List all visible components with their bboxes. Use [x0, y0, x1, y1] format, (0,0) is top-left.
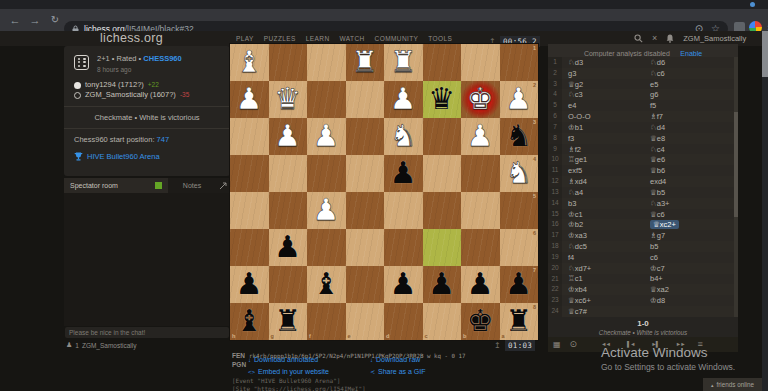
- square-d4[interactable]: ♟: [384, 155, 423, 192]
- black-pawn-d4: ♟: [384, 155, 423, 192]
- header-username[interactable]: ZGM_Samostically: [683, 34, 746, 43]
- pgn-label: PGN: [232, 361, 246, 368]
- spectator-name[interactable]: ZGM_Samostically: [82, 342, 137, 349]
- coord-file-b: b: [463, 333, 466, 339]
- move-list: 1♘d3♘d62g3♘c63♕g2e54♘c3g65e4f56O-O-O♗f77…: [548, 57, 738, 317]
- reload-icon[interactable]: ↻: [48, 9, 62, 31]
- square-h3[interactable]: [230, 118, 269, 155]
- white-pawn-f3: ♟: [307, 118, 346, 155]
- coord-file-h: h: [232, 333, 235, 339]
- square-e6[interactable]: [346, 229, 385, 266]
- white-pawn-b3: ♟: [461, 118, 500, 155]
- move-white-22[interactable]: ♔xb4: [562, 285, 650, 294]
- square-h6[interactable]: [230, 229, 269, 266]
- move-row-12: 12♗xd4exd4: [548, 176, 738, 187]
- black-king-b8: ♚: [461, 303, 500, 340]
- pgn-text[interactable]: [Event "HIVE Bullet960 Arena"] [Site "ht…: [232, 377, 366, 391]
- white-pawn-g3: ♟: [269, 118, 308, 155]
- square-b3[interactable]: ♟: [461, 118, 500, 155]
- move-white-7[interactable]: ♔b1: [562, 123, 650, 132]
- start-position-link[interactable]: 747: [157, 135, 170, 144]
- search-icon[interactable]: [634, 34, 643, 43]
- tournament-link[interactable]: HIVE Bullet960 Arena: [74, 152, 220, 161]
- move-black-4[interactable]: g6: [650, 90, 738, 99]
- square-e5[interactable]: [346, 192, 385, 229]
- move-row-5: 5e4f5: [548, 100, 738, 111]
- square-d6[interactable]: [384, 229, 423, 266]
- move-row-24: 24♕c7#: [548, 306, 738, 317]
- trophy-icon: [74, 152, 83, 161]
- coord-rank-2: 2: [533, 82, 536, 88]
- move-black-2[interactable]: ♘c6: [650, 69, 738, 78]
- move-row-16: 16♔b2♕xc2+: [548, 219, 738, 230]
- move-number: 23: [548, 295, 562, 306]
- square-f5[interactable]: ♟: [307, 192, 346, 229]
- move-number: 6: [548, 111, 562, 122]
- square-g2[interactable]: ♛: [269, 81, 308, 118]
- black-queen-c2: ♛: [423, 81, 462, 118]
- coord-rank-8: 8: [533, 304, 536, 310]
- move-number: 19: [548, 252, 562, 263]
- coord-file-f: f: [309, 333, 311, 339]
- square-g6[interactable]: ♟: [269, 229, 308, 266]
- move-white-3[interactable]: ♕g2: [562, 80, 650, 89]
- square-h7[interactable]: ♟: [230, 266, 269, 303]
- square-c6[interactable]: [423, 229, 462, 266]
- square-e1[interactable]: ♜: [346, 44, 385, 81]
- square-d3[interactable]: ♞: [384, 118, 423, 155]
- move-row-8: 8f3♕e8: [548, 133, 738, 144]
- move-row-23: 23♕xc6+♔d8: [548, 295, 738, 306]
- black-pawn-h7: ♟: [230, 266, 269, 303]
- activate-windows-text: Activate Windows: [601, 345, 708, 360]
- move-row-7: 7♔b1♘d4: [548, 122, 738, 133]
- black-bishop-f7: ♝: [307, 266, 346, 303]
- square-e4[interactable]: [346, 155, 385, 192]
- square-e8[interactable]: e: [346, 303, 385, 340]
- embed-link-icon: <>: [248, 369, 255, 375]
- move-number: 16: [548, 219, 562, 230]
- share-gif-link[interactable]: ≺Share as a GIF: [370, 368, 533, 375]
- square-a7[interactable]: ♟7: [500, 266, 539, 303]
- move-number: 4: [548, 89, 562, 100]
- tab-favicon-dot: [750, 2, 755, 7]
- square-f3[interactable]: ♟: [307, 118, 346, 155]
- square-d1[interactable]: ♜: [384, 44, 423, 81]
- square-f1[interactable]: [307, 44, 346, 81]
- black-bishop-h8: ♝: [230, 303, 269, 340]
- move-black-11[interactable]: ♕b6: [650, 166, 738, 175]
- move-white-12[interactable]: ♗xd4: [562, 177, 650, 186]
- nav-puzzles[interactable]: PUZZLES: [264, 35, 296, 42]
- white-king-b2: ♚: [461, 81, 500, 118]
- coord-rank-7: 7: [533, 267, 536, 273]
- move-row-13: 13♘a4♕b5: [548, 187, 738, 198]
- analysis-disabled-text: Computer analysis disabled: [584, 50, 670, 57]
- coord-rank-3: 3: [533, 119, 536, 125]
- chat-expand-icon[interactable]: [216, 178, 230, 193]
- game-result-text: Checkmate • White is victorious: [74, 113, 220, 122]
- move-white-2[interactable]: g3: [562, 69, 650, 78]
- move-white-11[interactable]: exf5: [562, 166, 650, 175]
- download-annotated-link-icon: ↓: [248, 357, 251, 363]
- move-white-6[interactable]: O-O-O: [562, 112, 650, 121]
- move-row-9: 9♗f2♘c4: [548, 144, 738, 155]
- square-d7[interactable]: ♟: [384, 266, 423, 303]
- move-list-scrollbar[interactable]: [734, 57, 738, 317]
- black-pawn-g6: ♟: [269, 229, 308, 266]
- white-rook-d1: ♜: [384, 44, 423, 81]
- share-links: ↓Download annotated↓Download raw<>Embed …: [248, 356, 533, 375]
- square-h4[interactable]: [230, 155, 269, 192]
- nav-watch[interactable]: WATCH: [340, 35, 365, 42]
- move-row-22: 22♔xb4♕xa2: [548, 284, 738, 295]
- white-rating-delta: +22: [148, 80, 159, 90]
- square-a3[interactable]: ♞3: [500, 118, 539, 155]
- square-e7[interactable]: [346, 266, 385, 303]
- coord-rank-6: 6: [533, 230, 536, 236]
- nav-community[interactable]: COMMUNITY: [375, 35, 419, 42]
- square-b4[interactable]: [461, 155, 500, 192]
- square-c8[interactable]: c: [423, 303, 462, 340]
- move-black-15[interactable]: ♕c6: [650, 210, 738, 219]
- square-f4[interactable]: [307, 155, 346, 192]
- tab-spectator-room[interactable]: Spectator room: [64, 178, 168, 193]
- move-black-13[interactable]: ♕b5: [650, 188, 738, 197]
- back-icon[interactable]: ←: [8, 9, 22, 31]
- move-white-17[interactable]: ♔xa3: [562, 231, 650, 240]
- friends-icon: ▴: [711, 382, 714, 388]
- black-pawn-b7: ♟: [461, 266, 500, 303]
- square-h2[interactable]: ♟: [230, 81, 269, 118]
- move-number: 8: [548, 133, 562, 144]
- move-number: 24: [548, 306, 562, 317]
- move-row-14: 14b3♘a3+: [548, 198, 738, 209]
- analysis-board-icon[interactable]: ▦: [553, 337, 561, 352]
- black-clock: 01:03: [505, 340, 535, 351]
- browser-toolbar: ← → ↻ lichess.org/lI54IMeI/black#32 ⊙ ☆ …: [0, 9, 768, 31]
- square-c3[interactable]: [423, 118, 462, 155]
- square-b1[interactable]: [461, 44, 500, 81]
- move-row-10: 10♖ge1♕e6: [548, 154, 738, 165]
- move-black-19[interactable]: c6: [650, 253, 738, 262]
- download-raw-link[interactable]: ↓Download raw: [370, 356, 533, 363]
- move-number: 14: [548, 198, 562, 209]
- black-rook-g8: ♜: [269, 303, 308, 340]
- move-white-4[interactable]: ♘c3: [562, 90, 650, 99]
- move-row-20: 20♘xd7+♔c7: [548, 263, 738, 274]
- result-description: Checkmate • White is victorious: [548, 329, 738, 336]
- square-e2[interactable]: [346, 81, 385, 118]
- move-number: 9: [548, 144, 562, 155]
- square-h5[interactable]: [230, 192, 269, 229]
- black-pawn-c7: ♟: [423, 266, 462, 303]
- move-black-3[interactable]: e5: [650, 80, 738, 89]
- game-time-ago: 8 hours ago: [97, 66, 182, 73]
- move-row-4: 4♘c3g6: [548, 89, 738, 100]
- white-player-row[interactable]: tony1294 (1712?) +22: [74, 80, 220, 90]
- nav-tools[interactable]: TOOLS: [428, 35, 452, 42]
- move-number: 1: [548, 57, 562, 68]
- square-f7[interactable]: ♝: [307, 266, 346, 303]
- download-annotated-link[interactable]: ↓Download annotated: [248, 356, 370, 363]
- square-f8[interactable]: f: [307, 303, 346, 340]
- result-block: 1-0 Checkmate • White is victorious: [548, 317, 738, 337]
- square-b8[interactable]: ♚b: [461, 303, 500, 340]
- game-setup-line: 2+1 • Rated • CHESS960: [97, 54, 182, 63]
- move-number: 13: [548, 187, 562, 198]
- move-number: 17: [548, 230, 562, 241]
- spectator-count: 1: [75, 342, 79, 349]
- coord-rank-1: 1: [533, 45, 536, 51]
- move-white-16[interactable]: ♔b2: [562, 220, 650, 229]
- move-white-13[interactable]: ♘a4: [562, 188, 650, 197]
- square-b5[interactable]: [461, 192, 500, 229]
- move-row-11: 11exf5♕b6: [548, 165, 738, 176]
- lichess-logo[interactable]: lichess.org: [100, 31, 163, 46]
- square-g7[interactable]: [269, 266, 308, 303]
- move-black-18[interactable]: b5: [650, 242, 738, 251]
- page-scrollbar[interactable]: [762, 31, 768, 391]
- move-black-14[interactable]: ♘a3+: [650, 199, 738, 208]
- activate-windows-subtext: Go to Settings to activate Windows.: [601, 362, 735, 372]
- move-number: 15: [548, 209, 562, 220]
- move-row-19: 19f4c6: [548, 252, 738, 263]
- coord-file-a: a: [502, 333, 505, 339]
- chat-messages-area: [64, 193, 230, 326]
- move-white-18[interactable]: ♘dc5: [562, 242, 650, 251]
- square-c7[interactable]: ♟: [423, 266, 462, 303]
- square-a8[interactable]: ♜8a: [500, 303, 539, 340]
- move-black-23[interactable]: ♔d8: [650, 296, 738, 305]
- move-black-9[interactable]: ♘c4: [650, 145, 738, 154]
- move-number: 20: [548, 263, 562, 274]
- move-black-16[interactable]: ♕xc2+: [650, 220, 738, 229]
- square-g1[interactable]: [269, 44, 308, 81]
- share-gif-link-icon: ≺: [370, 368, 375, 375]
- move-row-17: 17♔xa3♗g7: [548, 230, 738, 241]
- coord-rank-4: 4: [533, 156, 536, 162]
- move-row-3: 3♕g2e5: [548, 79, 738, 90]
- white-player-name: tony1294 (1712?): [85, 80, 144, 90]
- move-black-1[interactable]: ♘d6: [650, 58, 738, 67]
- move-black-22[interactable]: ♕xa2: [650, 285, 738, 294]
- square-a1[interactable]: 1: [500, 44, 539, 81]
- move-number: 3: [548, 79, 562, 90]
- page-scroll-thumb[interactable]: [762, 31, 768, 77]
- move-black-6[interactable]: ♗f7: [650, 112, 738, 121]
- white-knight-d3: ♞: [384, 118, 423, 155]
- move-number: 12: [548, 176, 562, 187]
- move-row-21: 21♖c1b4+: [548, 274, 738, 285]
- square-a4[interactable]: ♞4: [500, 155, 539, 192]
- result-score: 1-0: [548, 319, 738, 328]
- move-number: 18: [548, 241, 562, 252]
- coord-file-c: c: [425, 333, 428, 339]
- forward-icon[interactable]: →: [28, 9, 42, 31]
- black-color-icon: [74, 92, 81, 99]
- embed-link[interactable]: <>Embed in your website: [248, 368, 370, 375]
- chess-board: ♝♜♜1♟♛♟♛♚♟2♟♟♞♟♞3♟♞4♟5♟6♟♝♟♟♟♟7♝h♜gfedc♚…: [230, 44, 538, 340]
- browser-tab-strip: [0, 0, 768, 9]
- coord-file-d: d: [386, 333, 389, 339]
- spectators-icon: ♟: [66, 341, 72, 349]
- square-a5[interactable]: 5: [500, 192, 539, 229]
- move-row-15: 15♔c1♕c6: [548, 209, 738, 220]
- white-rook-e1: ♜: [346, 44, 385, 81]
- move-black-21[interactable]: b4+: [650, 274, 738, 283]
- move-black-5[interactable]: f5: [650, 101, 738, 110]
- move-white-14[interactable]: b3: [562, 199, 650, 208]
- move-white-15[interactable]: ♔c1: [562, 210, 650, 219]
- move-white-10[interactable]: ♖ge1: [562, 155, 650, 164]
- move-white-9[interactable]: ♗f2: [562, 145, 650, 154]
- start-position-line: Chess960 start position: 747: [74, 135, 220, 144]
- white-queen-g2: ♛: [269, 81, 308, 118]
- move-white-23[interactable]: ♕xc6+: [562, 296, 650, 305]
- square-c1[interactable]: [423, 44, 462, 81]
- move-white-24[interactable]: ♕c7#: [562, 307, 650, 316]
- move-number: 22: [548, 284, 562, 295]
- move-black-7[interactable]: ♘d4: [650, 123, 738, 132]
- square-e3[interactable]: [346, 118, 385, 155]
- computer-analysis-bar: Computer analysis disabled Enable: [548, 44, 738, 57]
- move-row-2: 2g3♘c6: [548, 68, 738, 79]
- tab-notes[interactable]: Notes: [168, 178, 216, 193]
- square-d2[interactable]: ♟: [384, 81, 423, 118]
- move-black-8[interactable]: ♕e8: [650, 134, 738, 143]
- square-d5[interactable]: [384, 192, 423, 229]
- square-a2[interactable]: ♟2: [500, 81, 539, 118]
- move-black-20[interactable]: ♔c7: [650, 264, 738, 273]
- white-bishop-h1: ♝: [230, 44, 269, 81]
- coord-file-g: g: [271, 333, 274, 339]
- square-g4[interactable]: [269, 155, 308, 192]
- move-white-19[interactable]: f4: [562, 253, 650, 262]
- coord-file-e: e: [348, 333, 351, 339]
- move-number: 10: [548, 154, 562, 165]
- download-raw-link-icon: ↓: [370, 357, 373, 363]
- move-number: 21: [548, 274, 562, 285]
- square-g3[interactable]: ♟: [269, 118, 308, 155]
- square-h1[interactable]: ♝: [230, 44, 269, 81]
- move-row-18: 18♘dc5b5: [548, 241, 738, 252]
- white-pawn-h2: ♟: [230, 81, 269, 118]
- analysis-enable-button[interactable]: Enable: [680, 50, 702, 57]
- move-black-10[interactable]: ♕e6: [650, 155, 738, 164]
- settings-gear-icon[interactable]: ⊙: [570, 337, 578, 352]
- square-b2[interactable]: ♚: [461, 81, 500, 118]
- variant-link[interactable]: CHESS960: [143, 54, 181, 63]
- chat-open-indicator[interactable]: [155, 182, 162, 189]
- square-c4[interactable]: [423, 155, 462, 192]
- chat-tabs: Spectator room Notes: [64, 178, 230, 193]
- square-c5[interactable]: [423, 192, 462, 229]
- nav-learn[interactable]: LEARN: [306, 35, 330, 42]
- black-rating-delta: -35: [180, 90, 189, 100]
- nav-play[interactable]: PLAY: [236, 35, 254, 42]
- black-player-row[interactable]: ZGM_Samostically (1607?) -35: [74, 90, 220, 100]
- square-a6[interactable]: 6: [500, 229, 539, 266]
- fen-label: FEN: [232, 352, 245, 359]
- square-h8[interactable]: ♝h: [230, 303, 269, 340]
- black-pawn-d7: ♟: [384, 266, 423, 303]
- move-white-20[interactable]: ♘xd7+: [562, 264, 650, 273]
- spectator-list: ♟ 1 ZGM_Samostically: [66, 341, 136, 349]
- move-number: 7: [548, 122, 562, 133]
- square-b7[interactable]: ♟: [461, 266, 500, 303]
- white-pawn-d2: ♟: [384, 81, 423, 118]
- move-row-6: 6O-O-O♗f7: [548, 111, 738, 122]
- move-white-8[interactable]: f3: [562, 134, 650, 143]
- chat-input[interactable]: Please be nice in the chat!: [65, 327, 229, 338]
- square-f6[interactable]: [307, 229, 346, 266]
- move-row-1: 1♘d3♘d6: [548, 57, 738, 68]
- square-g5[interactable]: [269, 192, 308, 229]
- square-f2[interactable]: [307, 81, 346, 118]
- move-white-1[interactable]: ♘d3: [562, 58, 650, 67]
- move-white-5[interactable]: e4: [562, 101, 650, 110]
- move-white-21[interactable]: ♖c1: [562, 274, 650, 283]
- move-number: 2: [548, 68, 562, 79]
- game-meta-box: 2+1 • Rated • CHESS960 8 hours ago tony1…: [64, 46, 230, 176]
- move-black-12[interactable]: exd4: [650, 177, 738, 186]
- move-number: 5: [548, 100, 562, 111]
- square-c2[interactable]: ♛: [423, 81, 462, 118]
- square-d8[interactable]: d: [384, 303, 423, 340]
- friends-online-bar[interactable]: ▴ friends online: [703, 378, 762, 391]
- move-list-scroll-thumb[interactable]: [734, 112, 738, 217]
- move-black-17[interactable]: ♗g7: [650, 231, 738, 240]
- move-number: 11: [548, 165, 562, 176]
- lichess-game-page: ← → ↻ lichess.org/lI54IMeI/black#32 ⊙ ☆ …: [0, 0, 768, 391]
- square-b6[interactable]: [461, 229, 500, 266]
- square-g8[interactable]: ♜g: [269, 303, 308, 340]
- black-player-name: ZGM_Samostically (1607?): [85, 90, 176, 100]
- white-pawn-f5: ♟: [307, 192, 346, 229]
- chess960-die-icon: [74, 55, 89, 70]
- coord-rank-5: 5: [533, 193, 536, 199]
- white-color-icon: [74, 82, 81, 89]
